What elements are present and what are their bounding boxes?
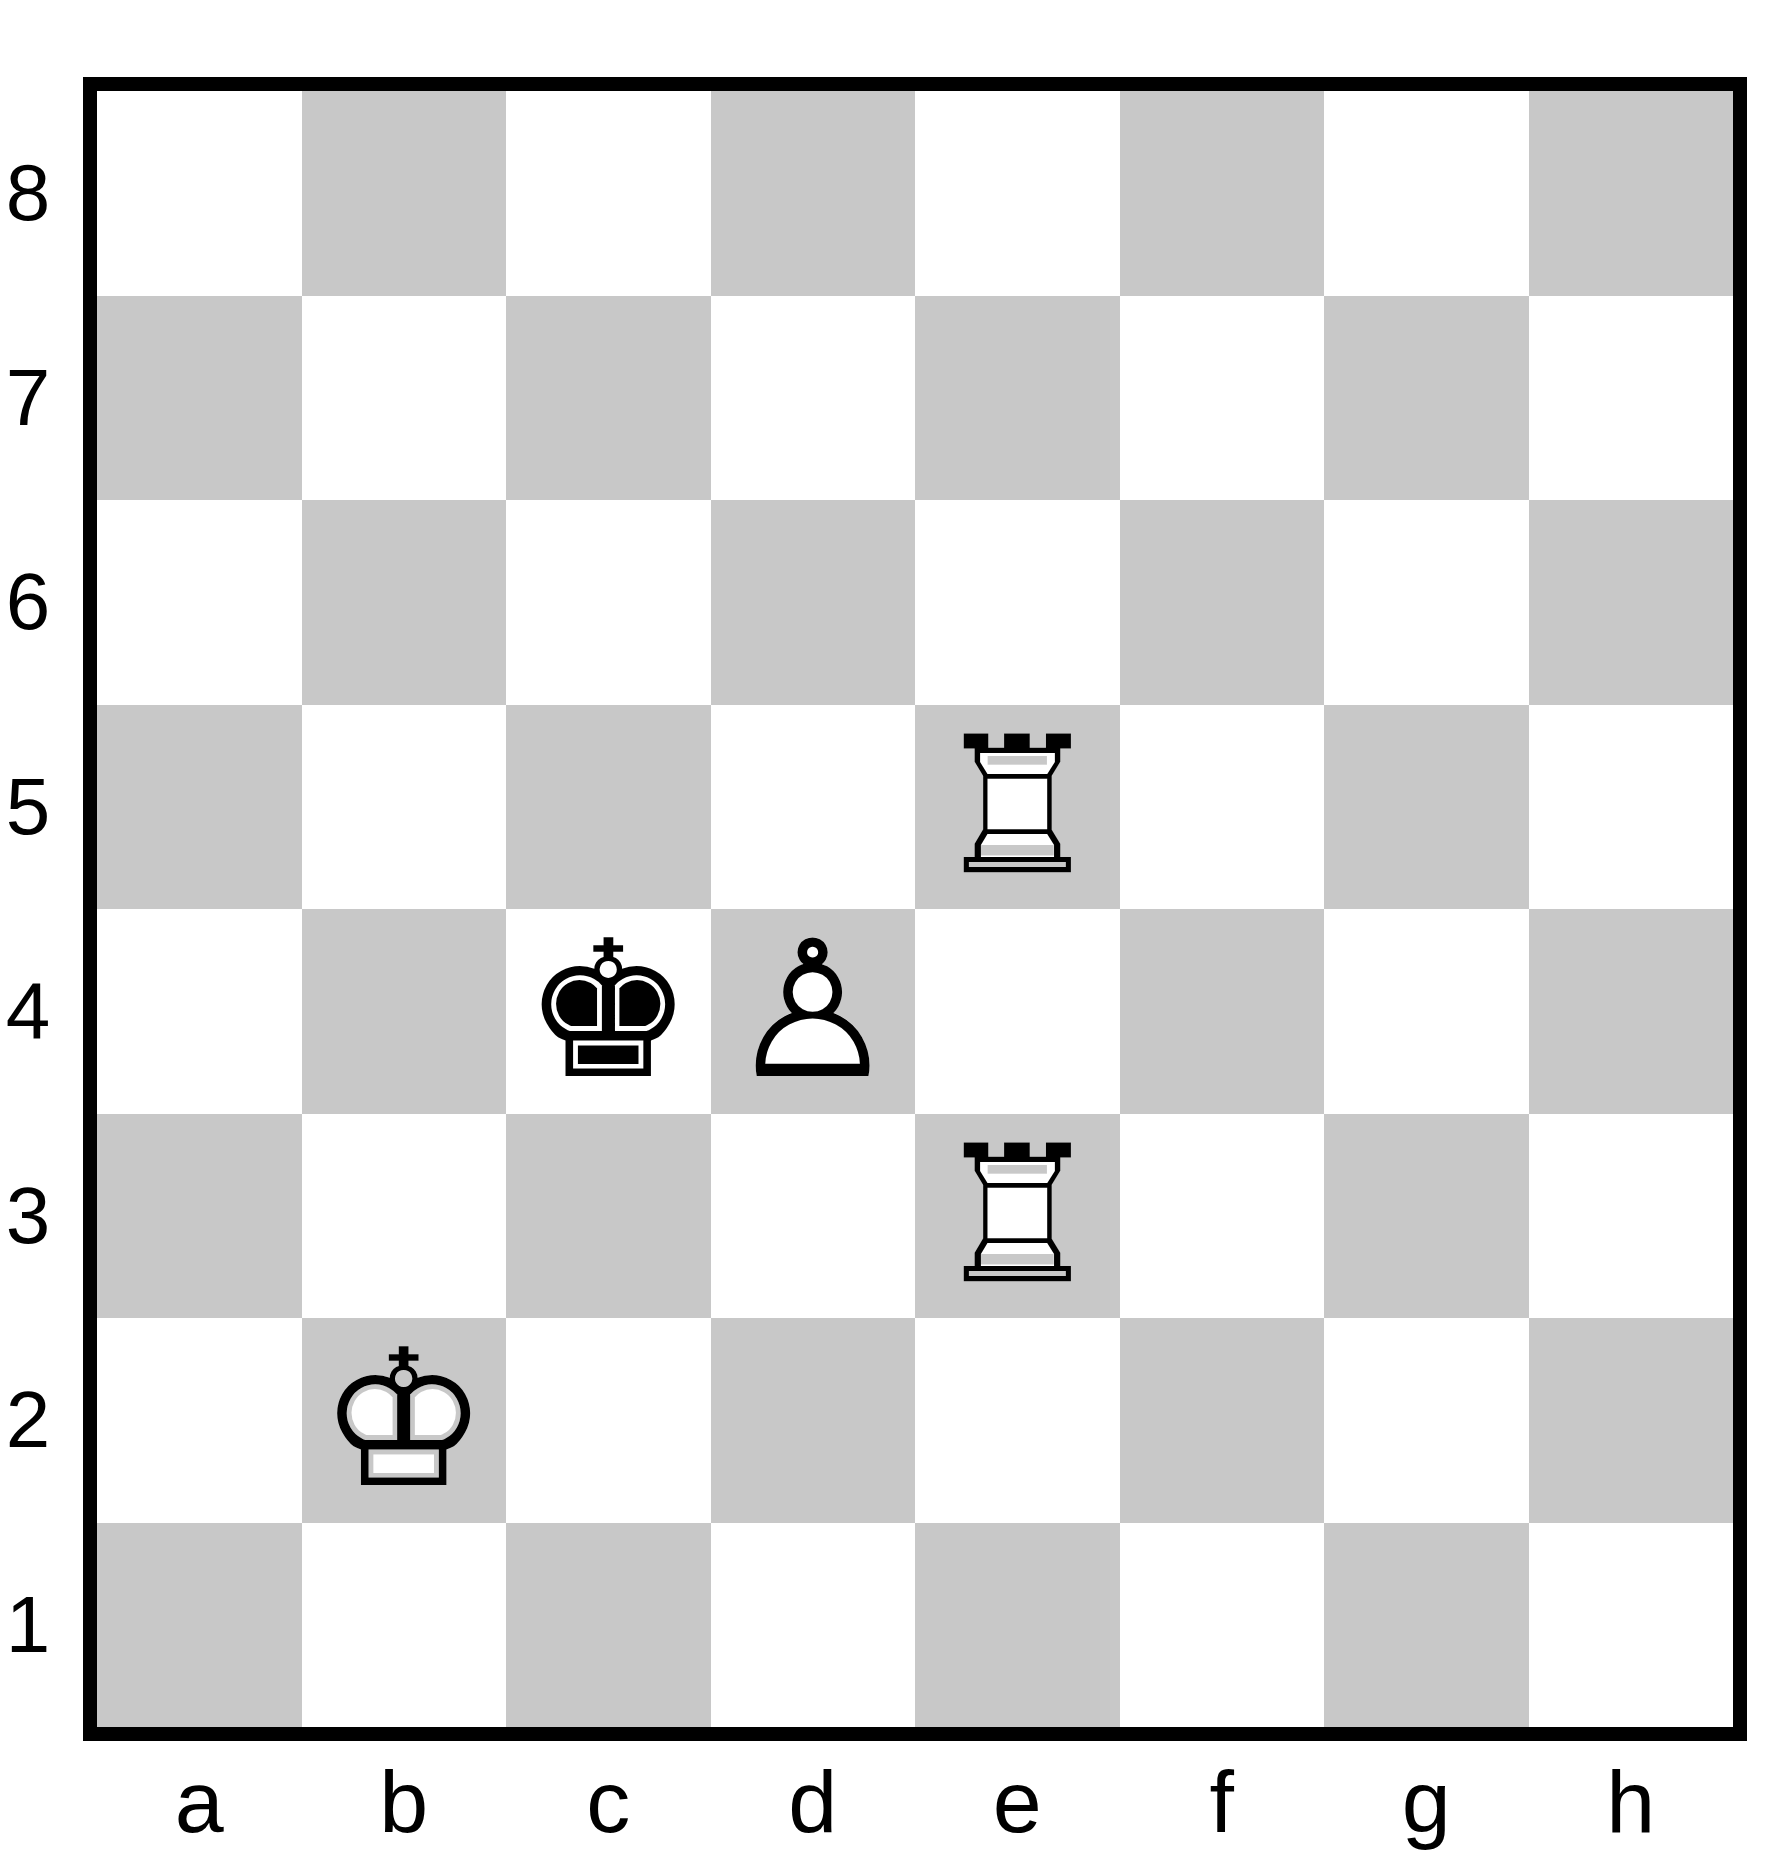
- square-c2: [506, 1318, 711, 1523]
- square-e8: [915, 91, 1120, 296]
- square-b1: [302, 1523, 507, 1728]
- square-d7: [711, 296, 916, 501]
- square-e5: ♜♖: [915, 705, 1120, 910]
- square-c3: [506, 1114, 711, 1319]
- square-g5: [1324, 705, 1529, 910]
- square-c7: [506, 296, 711, 501]
- file-label-b: b: [302, 1741, 507, 1853]
- square-h4: [1529, 909, 1734, 1114]
- square-h2: [1529, 1318, 1734, 1523]
- piece-white-rook-e3: ♜♖: [915, 1114, 1120, 1319]
- square-b7: [302, 296, 507, 501]
- file-label-f: f: [1120, 1741, 1325, 1853]
- piece-white-king-b2: ♚♔: [302, 1318, 507, 1523]
- square-c8: [506, 91, 711, 296]
- square-d4: ♟♙: [711, 909, 916, 1114]
- chess-diagram-page: 87654321 ♜♖♚♟♙♜♖♚♔ abcdefgh: [0, 0, 1770, 1857]
- black-king-icon: ♚: [523, 916, 693, 1106]
- file-label-c: c: [506, 1741, 711, 1853]
- square-d1: [711, 1523, 916, 1728]
- file-label-d: d: [711, 1741, 916, 1853]
- square-h1: [1529, 1523, 1734, 1728]
- square-f4: [1120, 909, 1325, 1114]
- square-f5: [1120, 705, 1325, 910]
- rank-label-1: 1: [0, 1523, 56, 1728]
- square-c4: ♚: [506, 909, 711, 1114]
- piece-white-rook-e5: ♜♖: [915, 705, 1120, 910]
- square-b3: [302, 1114, 507, 1319]
- square-c1: [506, 1523, 711, 1728]
- file-labels: abcdefgh: [97, 1741, 1733, 1853]
- square-e7: [915, 296, 1120, 501]
- white-rook-icon: ♖: [932, 712, 1102, 902]
- file-label-g: g: [1324, 1741, 1529, 1853]
- square-g3: [1324, 1114, 1529, 1319]
- square-b8: [302, 91, 507, 296]
- rank-label-5: 5: [0, 705, 56, 910]
- square-f3: [1120, 1114, 1325, 1319]
- square-h3: [1529, 1114, 1734, 1319]
- square-h8: [1529, 91, 1734, 296]
- rank-label-3: 3: [0, 1114, 56, 1319]
- rank-labels: 87654321: [0, 91, 56, 1727]
- square-g8: [1324, 91, 1529, 296]
- square-f6: [1120, 500, 1325, 705]
- rank-label-7: 7: [0, 296, 56, 501]
- square-e3: ♜♖: [915, 1114, 1120, 1319]
- chess-board: ♜♖♚♟♙♜♖♚♔: [83, 77, 1747, 1741]
- white-king-icon: ♔: [319, 1325, 489, 1515]
- square-a3: [97, 1114, 302, 1319]
- square-d5: [711, 705, 916, 910]
- square-b2: ♚♔: [302, 1318, 507, 1523]
- white-rook-icon: ♖: [932, 1121, 1102, 1311]
- square-h5: [1529, 705, 1734, 910]
- square-b5: [302, 705, 507, 910]
- file-label-e: e: [915, 1741, 1120, 1853]
- square-a6: [97, 500, 302, 705]
- square-f8: [1120, 91, 1325, 296]
- square-c5: [506, 705, 711, 910]
- square-g7: [1324, 296, 1529, 501]
- square-b4: [302, 909, 507, 1114]
- square-e1: [915, 1523, 1120, 1728]
- square-h6: [1529, 500, 1734, 705]
- square-g4: [1324, 909, 1529, 1114]
- square-a5: [97, 705, 302, 910]
- square-a4: [97, 909, 302, 1114]
- square-f7: [1120, 296, 1325, 501]
- square-h7: [1529, 296, 1734, 501]
- rank-label-2: 2: [0, 1318, 56, 1523]
- square-g1: [1324, 1523, 1529, 1728]
- square-a1: [97, 1523, 302, 1728]
- square-b6: [302, 500, 507, 705]
- square-a8: [97, 91, 302, 296]
- square-c6: [506, 500, 711, 705]
- square-d3: [711, 1114, 916, 1319]
- piece-white-pawn-d4: ♟♙: [711, 909, 916, 1114]
- square-d2: [711, 1318, 916, 1523]
- square-f1: [1120, 1523, 1325, 1728]
- square-d8: [711, 91, 916, 296]
- square-a2: [97, 1318, 302, 1523]
- white-pawn-icon: ♙: [728, 916, 898, 1106]
- rank-label-8: 8: [0, 91, 56, 296]
- square-g6: [1324, 500, 1529, 705]
- rank-label-4: 4: [0, 909, 56, 1114]
- square-e4: [915, 909, 1120, 1114]
- rank-label-6: 6: [0, 500, 56, 705]
- square-e2: [915, 1318, 1120, 1523]
- square-d6: [711, 500, 916, 705]
- square-e6: [915, 500, 1120, 705]
- square-a7: [97, 296, 302, 501]
- square-g2: [1324, 1318, 1529, 1523]
- file-label-a: a: [97, 1741, 302, 1853]
- piece-black-king-c4: ♚: [506, 909, 711, 1114]
- file-label-h: h: [1529, 1741, 1734, 1853]
- square-f2: [1120, 1318, 1325, 1523]
